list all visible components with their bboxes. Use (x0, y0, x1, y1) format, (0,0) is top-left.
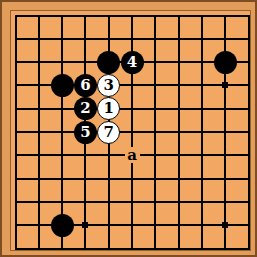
stone-black[interactable] (97, 51, 120, 74)
stone-number: 1 (103, 101, 113, 116)
star-point (222, 222, 228, 228)
grid-line-horizontal (15, 248, 251, 250)
grid-line-horizontal (15, 201, 251, 203)
grid-line-horizontal (15, 178, 251, 180)
star-point (222, 82, 228, 88)
grid-line-vertical (154, 15, 156, 251)
stone-number: 3 (103, 78, 113, 93)
stone-number: 7 (103, 125, 113, 140)
diagram-frame: a4632157 (0, 0, 257, 257)
stone-black-6[interactable]: 6 (74, 74, 97, 97)
stone-white-1[interactable]: 1 (97, 97, 120, 120)
stone-black[interactable] (51, 214, 74, 237)
stone-number: 2 (80, 101, 90, 116)
grid-line-vertical (178, 15, 180, 251)
stone-black-5[interactable]: 5 (74, 121, 97, 144)
grid-line-horizontal (15, 131, 251, 133)
stone-black[interactable] (51, 74, 74, 97)
go-board[interactable]: a4632157 (10, 10, 251, 251)
stone-black[interactable] (214, 51, 237, 74)
stone-black-2[interactable]: 2 (74, 97, 97, 120)
stone-number: 5 (80, 125, 90, 140)
grid-line-vertical (201, 15, 203, 251)
stone-white-3[interactable]: 3 (97, 74, 120, 97)
grid-line-vertical (248, 15, 250, 251)
stone-number: 4 (127, 55, 137, 70)
stone-black-4[interactable]: 4 (121, 51, 144, 74)
stone-number: 6 (80, 78, 90, 93)
grid-line-vertical (224, 15, 226, 251)
point-label-a: a (125, 147, 140, 163)
star-point (82, 222, 88, 228)
stone-white-7[interactable]: 7 (97, 121, 120, 144)
grid-line-horizontal (15, 224, 251, 226)
